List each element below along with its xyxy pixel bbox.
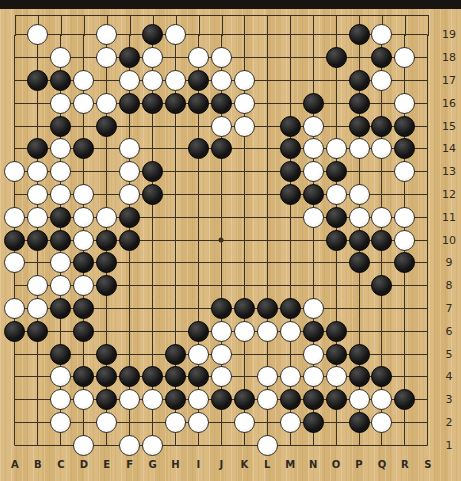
board-cell-F4[interactable] [118,366,141,389]
board-cell-L7[interactable] [256,297,279,320]
board-cell-C15[interactable] [49,115,72,138]
board-cell-N6[interactable] [302,320,325,343]
board-cell-R10[interactable] [393,229,416,252]
board-cell-D1[interactable] [72,434,95,457]
board-cell-F7[interactable] [118,297,141,320]
board-cell-G15[interactable] [141,115,164,138]
board-cell-Q19[interactable] [371,24,394,47]
board-cell-D15[interactable] [72,115,95,138]
board-cell-L14[interactable] [256,138,279,161]
board-cell-F16[interactable] [118,92,141,115]
board-cell-G16[interactable] [141,92,164,115]
board-cell-O15[interactable] [325,115,348,138]
board-cell-B4[interactable] [26,366,49,389]
board-cell-O1[interactable] [325,434,348,457]
board-cell-C12[interactable] [49,183,72,206]
board-cell-M4[interactable] [279,366,302,389]
board-cell-L19[interactable] [256,24,279,47]
board-cell-B13[interactable] [26,160,49,183]
board-cell-D5[interactable] [72,343,95,366]
board-cell-N9[interactable] [302,252,325,275]
board-cell-R9[interactable] [393,252,416,275]
board-cell-J17[interactable] [210,69,233,92]
board-cell-E13[interactable] [95,160,118,183]
board-cell-M12[interactable] [279,183,302,206]
board-cell-R17[interactable] [393,69,416,92]
board-cell-N19[interactable] [302,24,325,47]
board-cell-A4[interactable] [4,366,27,389]
board-cell-C4[interactable] [49,366,72,389]
board-cell-Q12[interactable] [371,183,394,206]
board-cell-H4[interactable] [164,366,187,389]
board-cell-K3[interactable] [233,388,256,411]
board-cell-E9[interactable] [95,252,118,275]
board-cell-H13[interactable] [164,160,187,183]
board-cell-F13[interactable] [118,160,141,183]
board-cell-P1[interactable] [348,434,371,457]
board-cell-O4[interactable] [325,366,348,389]
board-cell-B1[interactable] [26,434,49,457]
board-cell-M10[interactable] [279,229,302,252]
board-cell-I3[interactable] [187,388,210,411]
board-cell-R12[interactable] [393,183,416,206]
board-cell-P4[interactable] [348,366,371,389]
board-cell-I12[interactable] [187,183,210,206]
board-cell-E16[interactable] [95,92,118,115]
board-cell-B15[interactable] [26,115,49,138]
board-cell-A14[interactable] [4,138,27,161]
board-cell-K16[interactable] [233,92,256,115]
board-cell-E1[interactable] [95,434,118,457]
board-cell-L1[interactable] [256,434,279,457]
board-cell-Q11[interactable] [371,206,394,229]
board-cell-L4[interactable] [256,366,279,389]
board-cell-F2[interactable] [118,411,141,434]
board-cell-H6[interactable] [164,320,187,343]
board-cell-I8[interactable] [187,274,210,297]
board-cell-H8[interactable] [164,274,187,297]
board-cell-D9[interactable] [72,252,95,275]
board-cell-N15[interactable] [302,115,325,138]
board-cell-S14[interactable] [416,138,439,161]
board-cell-I16[interactable] [187,92,210,115]
board-cell-O13[interactable] [325,160,348,183]
board-cell-P7[interactable] [348,297,371,320]
board-cell-O10[interactable] [325,229,348,252]
board-cell-A12[interactable] [4,183,27,206]
board-cell-D12[interactable] [72,183,95,206]
board-cell-R3[interactable] [393,388,416,411]
board-cell-S2[interactable] [416,411,439,434]
board-cell-A8[interactable] [4,274,27,297]
board-cell-O19[interactable] [325,24,348,47]
board-cell-C7[interactable] [49,297,72,320]
board-cell-P2[interactable] [348,411,371,434]
board-cell-H10[interactable] [164,229,187,252]
board-cell-R8[interactable] [393,274,416,297]
board-cell-G2[interactable] [141,411,164,434]
board-cell-J2[interactable] [210,411,233,434]
board-cell-F5[interactable] [118,343,141,366]
board-cell-C14[interactable] [49,138,72,161]
board-cell-B6[interactable] [26,320,49,343]
board-cell-J16[interactable] [210,92,233,115]
board-cell-J7[interactable] [210,297,233,320]
board-cell-K11[interactable] [233,206,256,229]
board-cell-A1[interactable] [4,434,27,457]
board-cell-S1[interactable] [416,434,439,457]
board-cell-S11[interactable] [416,206,439,229]
board-cell-B5[interactable] [26,343,49,366]
board-cell-I14[interactable] [187,138,210,161]
board-cell-I11[interactable] [187,206,210,229]
board-cell-H3[interactable] [164,388,187,411]
board-cell-L12[interactable] [256,183,279,206]
board-cell-J10[interactable] [210,229,233,252]
board-cell-M16[interactable] [279,92,302,115]
board-cell-K14[interactable] [233,138,256,161]
board-cell-R7[interactable] [393,297,416,320]
board-cell-M13[interactable] [279,160,302,183]
board-cell-G3[interactable] [141,388,164,411]
board-cell-B8[interactable] [26,274,49,297]
board-cell-L9[interactable] [256,252,279,275]
board-cell-I6[interactable] [187,320,210,343]
board-cell-Q13[interactable] [371,160,394,183]
board-cell-Q3[interactable] [371,388,394,411]
board-cell-J15[interactable] [210,115,233,138]
board-cell-B12[interactable] [26,183,49,206]
board-cell-M9[interactable] [279,252,302,275]
board-cell-P18[interactable] [348,46,371,69]
board-cell-P15[interactable] [348,115,371,138]
board-cell-N8[interactable] [302,274,325,297]
board-cell-J18[interactable] [210,46,233,69]
board-cell-P11[interactable] [348,206,371,229]
board-cell-I15[interactable] [187,115,210,138]
board-cell-M11[interactable] [279,206,302,229]
board-cell-I10[interactable] [187,229,210,252]
board-cell-P9[interactable] [348,252,371,275]
board-cell-B11[interactable] [26,206,49,229]
board-cell-F15[interactable] [118,115,141,138]
board-cell-D14[interactable] [72,138,95,161]
board-cell-E10[interactable] [95,229,118,252]
board-cell-D4[interactable] [72,366,95,389]
board-cell-N2[interactable] [302,411,325,434]
board-cell-Q2[interactable] [371,411,394,434]
board-cell-D8[interactable] [72,274,95,297]
board-cell-M1[interactable] [279,434,302,457]
board-cell-N10[interactable] [302,229,325,252]
board-cell-K19[interactable] [233,24,256,47]
board-cell-F1[interactable] [118,434,141,457]
board-cell-K2[interactable] [233,411,256,434]
board-cell-J5[interactable] [210,343,233,366]
board-cell-F17[interactable] [118,69,141,92]
board-cell-B18[interactable] [26,46,49,69]
board-cell-A6[interactable] [4,320,27,343]
board-cell-G6[interactable] [141,320,164,343]
board-cell-Q17[interactable] [371,69,394,92]
board-cell-K6[interactable] [233,320,256,343]
board-cell-B14[interactable] [26,138,49,161]
board-cell-S15[interactable] [416,115,439,138]
board-cell-M2[interactable] [279,411,302,434]
board-cell-B2[interactable] [26,411,49,434]
board-cell-E18[interactable] [95,46,118,69]
board-cell-O3[interactable] [325,388,348,411]
board-cell-L18[interactable] [256,46,279,69]
board-cell-K5[interactable] [233,343,256,366]
board-cell-O5[interactable] [325,343,348,366]
board-cell-H5[interactable] [164,343,187,366]
board-cell-F18[interactable] [118,46,141,69]
board-cell-R14[interactable] [393,138,416,161]
board-cell-D17[interactable] [72,69,95,92]
board-cell-J1[interactable] [210,434,233,457]
board-cell-H18[interactable] [164,46,187,69]
board-cell-H11[interactable] [164,206,187,229]
board-cell-S19[interactable] [416,24,439,47]
board-cell-P6[interactable] [348,320,371,343]
board-cell-S18[interactable] [416,46,439,69]
board-cell-O8[interactable] [325,274,348,297]
board-cell-M8[interactable] [279,274,302,297]
board-cell-N3[interactable] [302,388,325,411]
board-cell-F6[interactable] [118,320,141,343]
board-cell-K17[interactable] [233,69,256,92]
board-cell-D19[interactable] [72,24,95,47]
board-cell-C2[interactable] [49,411,72,434]
board-cell-I19[interactable] [187,24,210,47]
board-cell-N7[interactable] [302,297,325,320]
board-cell-K15[interactable] [233,115,256,138]
board-cell-D2[interactable] [72,411,95,434]
board-cell-O12[interactable] [325,183,348,206]
board-cell-N14[interactable] [302,138,325,161]
board-cell-I7[interactable] [187,297,210,320]
board-cell-M3[interactable] [279,388,302,411]
board-cell-Q16[interactable] [371,92,394,115]
board-cell-C11[interactable] [49,206,72,229]
board-cell-R16[interactable] [393,92,416,115]
board-cell-Q9[interactable] [371,252,394,275]
board-cell-J9[interactable] [210,252,233,275]
board-cell-L2[interactable] [256,411,279,434]
board-cell-H7[interactable] [164,297,187,320]
board-cell-H16[interactable] [164,92,187,115]
board-cell-B9[interactable] [26,252,49,275]
board-cell-F14[interactable] [118,138,141,161]
board-cell-N1[interactable] [302,434,325,457]
board-cell-Q1[interactable] [371,434,394,457]
board-cell-J4[interactable] [210,366,233,389]
board-cell-M17[interactable] [279,69,302,92]
board-cell-C8[interactable] [49,274,72,297]
board-cell-G19[interactable] [141,24,164,47]
board-cell-Q18[interactable] [371,46,394,69]
board-cell-S7[interactable] [416,297,439,320]
board-cell-D6[interactable] [72,320,95,343]
board-cell-H12[interactable] [164,183,187,206]
board-cell-J11[interactable] [210,206,233,229]
board-cell-P3[interactable] [348,388,371,411]
board-cell-M6[interactable] [279,320,302,343]
board-cell-S8[interactable] [416,274,439,297]
board-cell-B17[interactable] [26,69,49,92]
board-cell-L10[interactable] [256,229,279,252]
board-cell-I5[interactable] [187,343,210,366]
board-cell-I2[interactable] [187,411,210,434]
board-cell-E14[interactable] [95,138,118,161]
board-cell-M7[interactable] [279,297,302,320]
board-cell-M14[interactable] [279,138,302,161]
board-cell-E7[interactable] [95,297,118,320]
board-cell-N17[interactable] [302,69,325,92]
board-cell-C1[interactable] [49,434,72,457]
board-cell-B16[interactable] [26,92,49,115]
board-cell-P10[interactable] [348,229,371,252]
board-cell-Q8[interactable] [371,274,394,297]
board-cell-M15[interactable] [279,115,302,138]
board-cell-G10[interactable] [141,229,164,252]
board-cell-G14[interactable] [141,138,164,161]
board-cell-Q15[interactable] [371,115,394,138]
board-cell-E5[interactable] [95,343,118,366]
board-cell-Q4[interactable] [371,366,394,389]
board-cell-F11[interactable] [118,206,141,229]
board-cell-K13[interactable] [233,160,256,183]
board-cell-B3[interactable] [26,388,49,411]
board-cell-R4[interactable] [393,366,416,389]
board-cell-N5[interactable] [302,343,325,366]
board-cell-N12[interactable] [302,183,325,206]
board-cell-E17[interactable] [95,69,118,92]
board-cell-M5[interactable] [279,343,302,366]
board-cell-K4[interactable] [233,366,256,389]
board-cell-O2[interactable] [325,411,348,434]
board-cell-A2[interactable] [4,411,27,434]
board-cell-I13[interactable] [187,160,210,183]
board-cell-C10[interactable] [49,229,72,252]
board-cell-N13[interactable] [302,160,325,183]
board-cell-S5[interactable] [416,343,439,366]
board-cell-P5[interactable] [348,343,371,366]
board-cell-R1[interactable] [393,434,416,457]
board-cell-Q7[interactable] [371,297,394,320]
board-cell-C13[interactable] [49,160,72,183]
board-cell-E2[interactable] [95,411,118,434]
board-cell-K9[interactable] [233,252,256,275]
board-cell-P12[interactable] [348,183,371,206]
board-cell-R2[interactable] [393,411,416,434]
board-cell-A9[interactable] [4,252,27,275]
board-cell-L6[interactable] [256,320,279,343]
board-cell-I18[interactable] [187,46,210,69]
board-cell-O18[interactable] [325,46,348,69]
board-cell-G18[interactable] [141,46,164,69]
board-cell-C16[interactable] [49,92,72,115]
board-cell-H9[interactable] [164,252,187,275]
board-cell-D7[interactable] [72,297,95,320]
board-cell-F12[interactable] [118,183,141,206]
board-cell-C17[interactable] [49,69,72,92]
board-cell-S6[interactable] [416,320,439,343]
board-cell-G13[interactable] [141,160,164,183]
board-cell-C9[interactable] [49,252,72,275]
board-cell-D13[interactable] [72,160,95,183]
board-cell-A3[interactable] [4,388,27,411]
board-cell-C5[interactable] [49,343,72,366]
board-cell-D18[interactable] [72,46,95,69]
board-cell-O7[interactable] [325,297,348,320]
board-cell-J8[interactable] [210,274,233,297]
board-cell-E11[interactable] [95,206,118,229]
board-cell-D11[interactable] [72,206,95,229]
board-cell-C6[interactable] [49,320,72,343]
board-cell-H14[interactable] [164,138,187,161]
board-cell-M19[interactable] [279,24,302,47]
board-cell-I17[interactable] [187,69,210,92]
board-cell-J13[interactable] [210,160,233,183]
board-cell-R15[interactable] [393,115,416,138]
board-cell-H1[interactable] [164,434,187,457]
board-cell-P19[interactable] [348,24,371,47]
board-cell-Q5[interactable] [371,343,394,366]
board-cell-L17[interactable] [256,69,279,92]
board-cell-A19[interactable] [4,24,27,47]
board-cell-F10[interactable] [118,229,141,252]
board-cell-L11[interactable] [256,206,279,229]
board-cell-G11[interactable] [141,206,164,229]
board-cell-N11[interactable] [302,206,325,229]
board-cell-S17[interactable] [416,69,439,92]
board-cell-H2[interactable] [164,411,187,434]
board-cell-A18[interactable] [4,46,27,69]
board-cell-S12[interactable] [416,183,439,206]
board-cell-L5[interactable] [256,343,279,366]
board-cell-N18[interactable] [302,46,325,69]
board-cell-P17[interactable] [348,69,371,92]
board-cell-J3[interactable] [210,388,233,411]
board-cell-O6[interactable] [325,320,348,343]
board-cell-L15[interactable] [256,115,279,138]
board-cell-R18[interactable] [393,46,416,69]
board-cell-G12[interactable] [141,183,164,206]
board-cell-A5[interactable] [4,343,27,366]
board-cell-D10[interactable] [72,229,95,252]
board-cell-A11[interactable] [4,206,27,229]
board-cell-E3[interactable] [95,388,118,411]
board-cell-H15[interactable] [164,115,187,138]
board-cell-D3[interactable] [72,388,95,411]
board-cell-E19[interactable] [95,24,118,47]
board-cell-B10[interactable] [26,229,49,252]
board-cell-P8[interactable] [348,274,371,297]
board-cell-A7[interactable] [4,297,27,320]
board-cell-C18[interactable] [49,46,72,69]
board-cell-S16[interactable] [416,92,439,115]
board-cell-M18[interactable] [279,46,302,69]
board-cell-K7[interactable] [233,297,256,320]
board-cell-K8[interactable] [233,274,256,297]
board-cell-A15[interactable] [4,115,27,138]
board-cell-R6[interactable] [393,320,416,343]
board-cell-E6[interactable] [95,320,118,343]
board-cell-R11[interactable] [393,206,416,229]
board-cell-S13[interactable] [416,160,439,183]
